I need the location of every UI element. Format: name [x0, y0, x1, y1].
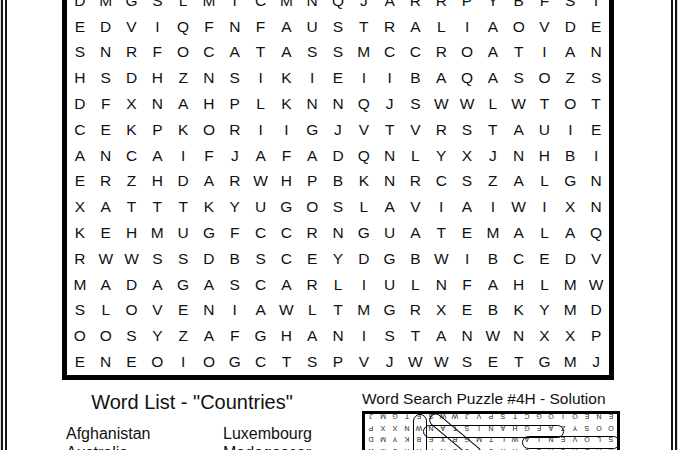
grid-cell: I	[273, 117, 299, 143]
grid-cell: E	[67, 349, 93, 375]
grid-cell: A	[377, 194, 403, 220]
grid-cell: O	[119, 298, 145, 324]
grid-cell: A	[480, 272, 506, 298]
grid-cell: W	[506, 91, 532, 117]
grid-cell: R	[299, 220, 325, 246]
word-list-column-1: AfghanistanAustralia	[66, 424, 223, 450]
thumb-cell: I	[473, 445, 485, 450]
thumb-cell: W	[449, 411, 461, 422]
grid-cell: R	[403, 169, 429, 195]
grid-cell: P	[583, 323, 609, 349]
grid-cell: F	[273, 143, 299, 169]
grid-cell: N	[196, 298, 222, 324]
grid-cell: W	[119, 246, 145, 272]
thumb-cell: B	[413, 434, 425, 445]
grid-cell: C	[248, 272, 274, 298]
grid-cell: A	[403, 220, 429, 246]
grid-cell: M	[93, 0, 119, 14]
grid-cell: B	[506, 0, 532, 14]
solution-thumb-grid: DMGSLMICMNQJARRPYBFSTEDVIQFNFAUSTRALIAOV…	[363, 412, 619, 450]
grid-cell: M	[557, 349, 583, 375]
grid-cell: J	[377, 349, 403, 375]
grid-cell: G	[532, 349, 558, 375]
thumb-cell: D	[581, 445, 593, 450]
grid-cell: A	[428, 323, 454, 349]
solution-thumbnail[interactable]: DMGSLMICMNQJARRPYBFSTEDVIQFNFAUSTRALIAOV…	[362, 411, 620, 450]
puzzle-grid-border: DMGSLMICMNQJARRPYBFSTEDVIQFNFAUSTRALIAOV…	[62, 0, 614, 380]
thumb-cell: O	[605, 423, 617, 434]
grid-cell: Y	[532, 298, 558, 324]
grid-cell: L	[248, 91, 274, 117]
grid-cell: Q	[351, 143, 377, 169]
thumb-cell: J	[365, 411, 377, 422]
thumb-cell: W	[437, 411, 449, 422]
grid-cell: V	[403, 117, 429, 143]
thumb-cell: N	[437, 445, 449, 450]
thumb-cell: A	[569, 445, 581, 450]
grid-cell: I	[144, 14, 170, 40]
grid-cell: A	[196, 272, 222, 298]
thumb-cell: O	[581, 434, 593, 445]
thumb-cell: V	[569, 434, 581, 445]
grid-cell: D	[119, 272, 145, 298]
grid-cell: W	[428, 349, 454, 375]
grid-cell: C	[196, 40, 222, 66]
grid-cell: A	[557, 40, 583, 66]
grid-cell: M	[144, 220, 170, 246]
grid-cell: Z	[170, 323, 196, 349]
thumb-cell: N	[593, 411, 605, 422]
grid-cell: E	[93, 117, 119, 143]
thumb-cell: L	[389, 445, 401, 450]
grid-cell: N	[583, 194, 609, 220]
grid-cell: K	[506, 298, 532, 324]
grid-cell: T	[119, 194, 145, 220]
grid-cell: E	[170, 298, 196, 324]
grid-cell: M	[67, 272, 93, 298]
grid-cell: S	[325, 40, 351, 66]
grid-cell: S	[403, 91, 429, 117]
grid-cell: A	[170, 91, 196, 117]
grid-cell: I	[170, 143, 196, 169]
grid-cell: A	[377, 0, 403, 14]
grid-cell: C	[119, 143, 145, 169]
grid-cell: J	[377, 91, 403, 117]
grid-cell: A	[403, 14, 429, 40]
grid-cell: N	[93, 349, 119, 375]
grid-cell: Y	[480, 0, 506, 14]
thumb-cell: M	[605, 445, 617, 450]
grid-cell: V	[351, 349, 377, 375]
grid-cell: N	[377, 143, 403, 169]
grid-cell: U	[377, 272, 403, 298]
grid-cell: T	[273, 349, 299, 375]
grid-cell: X	[67, 194, 93, 220]
thumb-cell: I	[533, 434, 545, 445]
grid-cell: R	[93, 169, 119, 195]
thumb-cell: S	[533, 445, 545, 450]
grid-cell: I	[170, 349, 196, 375]
grid-cell: R	[403, 298, 429, 324]
grid-cell: A	[273, 14, 299, 40]
grid-cell: I	[557, 117, 583, 143]
grid-cell: S	[222, 272, 248, 298]
grid-cell: Z	[119, 169, 145, 195]
grid-cell: H	[273, 169, 299, 195]
grid-cell: Z	[480, 169, 506, 195]
grid-cell: O	[506, 14, 532, 40]
grid-cell: G	[248, 323, 274, 349]
thumb-cell: F	[425, 445, 437, 450]
grid-cell: L	[403, 272, 429, 298]
grid-cell: N	[325, 220, 351, 246]
grid-cell: D	[557, 14, 583, 40]
grid-cell: T	[532, 91, 558, 117]
grid-cell: S	[583, 65, 609, 91]
thumb-cell: H	[401, 445, 413, 450]
grid-cell: J	[351, 0, 377, 14]
page-frame-right	[671, 0, 677, 450]
grid-cell: C	[248, 220, 274, 246]
grid-cell: W	[403, 349, 429, 375]
thumb-cell: E	[605, 411, 617, 422]
thumb-cell: E	[413, 411, 425, 422]
grid-cell: X	[119, 91, 145, 117]
grid-cell: F	[248, 14, 274, 40]
grid-cell: K	[273, 65, 299, 91]
thumb-cell: C	[521, 411, 533, 422]
grid-cell: R	[403, 0, 429, 14]
thumb-cell: O	[545, 411, 557, 422]
thumb-cell: G	[533, 411, 545, 422]
thumb-cell: V	[473, 411, 485, 422]
thumb-cell: L	[449, 445, 461, 450]
grid-cell: E	[454, 298, 480, 324]
grid-cell: A	[506, 169, 532, 195]
thumb-cell: G	[389, 411, 401, 422]
grid-cell: G	[222, 349, 248, 375]
grid-cell: F	[196, 143, 222, 169]
grid-cell: G	[196, 220, 222, 246]
grid-cell: V	[119, 14, 145, 40]
thumb-cell: E	[425, 434, 437, 445]
thumb-cell: W	[365, 445, 377, 450]
grid-cell: I	[351, 272, 377, 298]
grid-cell: W	[506, 194, 532, 220]
grid-cell: X	[428, 298, 454, 324]
grid-cell: T	[480, 117, 506, 143]
grid-cell: Y	[222, 194, 248, 220]
grid-cell: R	[428, 40, 454, 66]
grid-cell: M	[273, 0, 299, 14]
thumb-cell: L	[497, 434, 509, 445]
solution-title: Word Search Puzzle #4H - Solution	[362, 390, 606, 408]
thumb-cell: C	[521, 445, 533, 450]
word-item: Afghanistan	[66, 424, 223, 443]
grid-cell: O	[454, 40, 480, 66]
thumb-cell: D	[365, 434, 377, 445]
thumb-cell: A	[545, 423, 557, 434]
grid-cell: O	[196, 349, 222, 375]
word-item: Madagascar	[223, 443, 312, 450]
grid-cell: R	[428, 117, 454, 143]
grid-cell: N	[428, 272, 454, 298]
grid-cell: A	[273, 272, 299, 298]
grid-cell: V	[351, 117, 377, 143]
grid-cell: V	[144, 298, 170, 324]
grid-cell: U	[532, 117, 558, 143]
thumb-cell: A	[521, 434, 533, 445]
grid-cell: T	[506, 40, 532, 66]
thumb-cell: J	[461, 411, 473, 422]
grid-cell: A	[480, 14, 506, 40]
grid-cell: I	[454, 14, 480, 40]
grid-cell: B	[480, 246, 506, 272]
grid-cell: L	[480, 91, 506, 117]
grid-cell: Q	[454, 65, 480, 91]
thumb-cell: A	[545, 445, 557, 450]
grid-cell: K	[119, 117, 145, 143]
grid-cell: D	[325, 143, 351, 169]
grid-cell: T	[583, 0, 609, 14]
grid-cell: R	[299, 272, 325, 298]
grid-cell: G	[351, 220, 377, 246]
thumb-cell: G	[461, 434, 473, 445]
grid-cell: H	[119, 220, 145, 246]
thumb-cell: I	[557, 411, 569, 422]
thumb-cell: A	[497, 423, 509, 434]
grid-cell: T	[248, 40, 274, 66]
grid-cell: S	[93, 65, 119, 91]
grid-cell: L	[351, 194, 377, 220]
grid-cell: F	[532, 0, 558, 14]
grid-cell: J	[480, 143, 506, 169]
grid-cell: S	[299, 349, 325, 375]
word-list-heading: Word List - "Countries"	[37, 391, 347, 414]
grid-cell: H	[532, 143, 558, 169]
grid-cell: I	[351, 323, 377, 349]
grid-cell: D	[557, 246, 583, 272]
grid-cell: U	[299, 14, 325, 40]
grid-cell: F	[454, 272, 480, 298]
grid-cell: M	[557, 298, 583, 324]
thumb-cell: N	[545, 434, 557, 445]
thumb-cell: M	[377, 434, 389, 445]
thumb-cell: E	[581, 411, 593, 422]
grid-cell: X	[532, 323, 558, 349]
grid-cell: T	[506, 349, 532, 375]
grid-cell: H	[196, 91, 222, 117]
thumb-cell: L	[485, 445, 497, 450]
grid-cell: W	[480, 323, 506, 349]
grid-cell: S	[299, 40, 325, 66]
grid-cell: A	[144, 143, 170, 169]
thumb-cell: A	[509, 445, 521, 450]
grid-cell: S	[119, 323, 145, 349]
thumb-cell: O	[569, 411, 581, 422]
grid-cell: N	[93, 143, 119, 169]
thumb-cell: W	[413, 423, 425, 434]
grid-cell: I	[377, 65, 403, 91]
grid-cell: R	[428, 0, 454, 14]
grid-cell: L	[428, 14, 454, 40]
thumb-cell: N	[485, 423, 497, 434]
page-frame-left	[1, 0, 7, 450]
grid-cell: I	[248, 117, 274, 143]
grid-cell: B	[325, 169, 351, 195]
grid-cell: P	[222, 91, 248, 117]
grid-cell: U	[377, 220, 403, 246]
grid-cell: C	[273, 220, 299, 246]
grid-cell: H	[67, 65, 93, 91]
grid-cell: N	[377, 169, 403, 195]
grid-cell: S	[325, 14, 351, 40]
grid-cell: I	[454, 246, 480, 272]
word-list: AfghanistanAustralia LuxembourgMadagasca…	[66, 424, 312, 450]
grid-cell: C	[377, 40, 403, 66]
grid-cell: W	[583, 272, 609, 298]
grid-cell: X	[557, 323, 583, 349]
thumb-cell: G	[521, 423, 533, 434]
grid-cell: T	[351, 14, 377, 40]
grid-cell: S	[377, 323, 403, 349]
thumb-cell: S	[497, 411, 509, 422]
word-list-column-2: LuxembourgMadagascar	[223, 424, 312, 450]
grid-cell: F	[222, 220, 248, 246]
grid-cell: S	[454, 349, 480, 375]
grid-cell: I	[222, 0, 248, 14]
grid-cell: O	[557, 91, 583, 117]
grid-cell: M	[351, 298, 377, 324]
grid-cell: L	[325, 272, 351, 298]
grid-cell: G	[557, 169, 583, 195]
grid-cell: K	[351, 169, 377, 195]
grid-cell: A	[480, 40, 506, 66]
thumb-cell: P	[365, 423, 377, 434]
grid-cell: A	[248, 298, 274, 324]
grid-cell: K	[196, 194, 222, 220]
thumb-cell: T	[401, 411, 413, 422]
grid-cell: E	[67, 169, 93, 195]
thumb-cell: R	[449, 434, 461, 445]
grid-cell: M	[557, 272, 583, 298]
grid-cell: N	[299, 0, 325, 14]
grid-cell: L	[532, 272, 558, 298]
grid-cell: S	[557, 0, 583, 14]
grid-cell: N	[583, 169, 609, 195]
grid-cell: G	[377, 298, 403, 324]
thumb-cell: N	[401, 423, 413, 434]
grid-cell: C	[506, 246, 532, 272]
grid-cell: M	[351, 40, 377, 66]
thumb-cell: G	[557, 445, 569, 450]
grid-cell: V	[403, 194, 429, 220]
grid-cell: K	[67, 220, 93, 246]
grid-cell: I	[583, 143, 609, 169]
grid-cell: D	[196, 246, 222, 272]
thumb-cell: S	[461, 423, 473, 434]
grid-cell: T	[428, 220, 454, 246]
thumb-cell: E	[557, 434, 569, 445]
grid-cell: O	[93, 323, 119, 349]
grid-cell: Q	[351, 91, 377, 117]
grid-cell: A	[222, 40, 248, 66]
grid-cell: U	[170, 220, 196, 246]
grid-cell: E	[119, 349, 145, 375]
thumb-cell: O	[593, 423, 605, 434]
grid-cell: Q	[170, 14, 196, 40]
grid-cell: F	[196, 14, 222, 40]
grid-cell: D	[119, 65, 145, 91]
grid-cell: G	[377, 246, 403, 272]
thumb-cell: F	[533, 423, 545, 434]
thumb-cell: A	[593, 445, 605, 450]
grid-cell: E	[93, 220, 119, 246]
grid-cell: D	[583, 298, 609, 324]
thumb-cell: T	[509, 411, 521, 422]
grid-cell: I	[532, 40, 558, 66]
grid-cell: N	[144, 91, 170, 117]
thumb-cell: M	[473, 434, 485, 445]
grid-cell: N	[325, 91, 351, 117]
grid-cell: W	[428, 246, 454, 272]
grid-cell: J	[583, 349, 609, 375]
grid-cell: I	[299, 65, 325, 91]
grid-cell: U	[248, 194, 274, 220]
word-item: Australia	[66, 443, 223, 450]
grid-cell: P	[454, 0, 480, 14]
grid-cell: P	[299, 169, 325, 195]
grid-cell: J	[222, 143, 248, 169]
grid-cell: H	[273, 323, 299, 349]
grid-cell: M	[196, 0, 222, 14]
thumb-cell: W	[509, 434, 521, 445]
grid-cell: S	[248, 246, 274, 272]
grid-cell: T	[377, 117, 403, 143]
grid-cell: I	[428, 194, 454, 220]
grid-cell: D	[67, 0, 93, 14]
grid-cell: I	[532, 194, 558, 220]
grid-cell: Y	[428, 143, 454, 169]
grid-cell: A	[248, 143, 274, 169]
grid-cell: A	[273, 40, 299, 66]
grid-cell: L	[170, 0, 196, 14]
grid-cell: A	[144, 272, 170, 298]
grid-cell: D	[351, 246, 377, 272]
thumb-cell: A	[437, 423, 449, 434]
grid-cell: A	[196, 323, 222, 349]
thumb-cell: N	[425, 423, 437, 434]
thumb-cell: R	[497, 445, 509, 450]
grid-cell: S	[67, 298, 93, 324]
grid-cell: C	[248, 0, 274, 14]
grid-cell: D	[93, 14, 119, 40]
grid-cell: I	[351, 65, 377, 91]
thumb-cell: Y	[569, 423, 581, 434]
grid-cell: A	[454, 194, 480, 220]
grid-cell: C	[428, 169, 454, 195]
grid-cell: F	[222, 323, 248, 349]
grid-cell: N	[506, 323, 532, 349]
thumb-cell: X	[389, 423, 401, 434]
grid-cell: I	[248, 65, 274, 91]
grid-cell: R	[377, 14, 403, 40]
grid-cell: E	[454, 220, 480, 246]
grid-cell: Z	[170, 65, 196, 91]
thumb-cell: H	[509, 423, 521, 434]
grid-cell: S	[144, 246, 170, 272]
thumb-cell: T	[485, 434, 497, 445]
